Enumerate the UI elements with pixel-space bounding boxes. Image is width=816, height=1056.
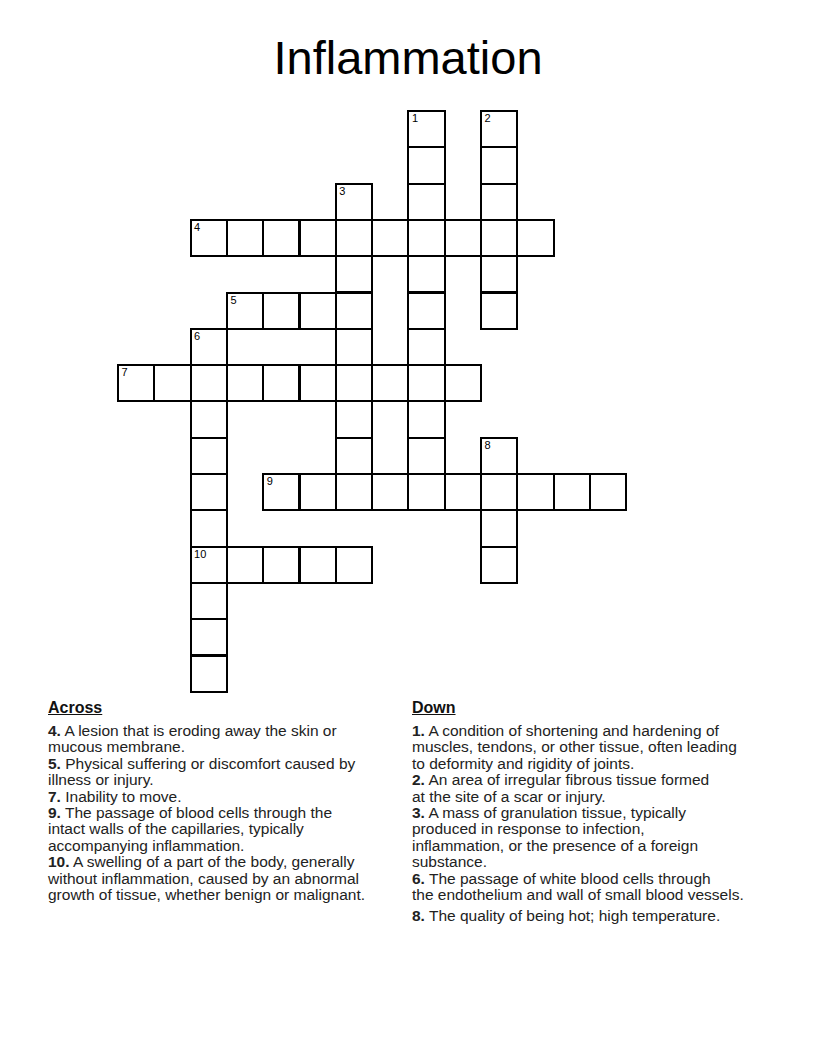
clue-line: accompanying inflammation. — [48, 838, 404, 854]
grid-cell[interactable] — [335, 328, 373, 366]
grid-cell[interactable] — [589, 473, 627, 511]
grid-cell[interactable]: 3 — [335, 183, 373, 221]
grid-cell[interactable] — [190, 400, 228, 438]
puzzle-title: Inflammation — [0, 30, 816, 85]
grid-cell[interactable] — [153, 364, 191, 402]
grid-cell[interactable] — [407, 292, 445, 330]
grid-cell[interactable] — [335, 219, 373, 257]
grid-cell[interactable] — [407, 328, 445, 366]
grid-cell[interactable] — [553, 473, 591, 511]
clue-line: at the site of a scar or injury. — [412, 789, 792, 805]
clue-9: 9. The passage of blood cells through th… — [48, 805, 404, 854]
grid-cell[interactable] — [371, 364, 409, 402]
grid-cell[interactable] — [480, 292, 518, 330]
clue-line: inflammation, or the presence of a forei… — [412, 838, 792, 854]
grid-cell[interactable] — [262, 219, 300, 257]
crossword-grid: 12345678910 — [117, 110, 628, 694]
clue-number: 4 — [194, 221, 200, 234]
grid-cell[interactable] — [335, 546, 373, 584]
grid-cell[interactable] — [190, 509, 228, 547]
grid-cell[interactable] — [407, 255, 445, 293]
grid-cell[interactable] — [480, 473, 518, 511]
clue-8: 8. The quality of being hot; high temper… — [412, 908, 792, 924]
grid-cell[interactable] — [444, 364, 482, 402]
grid-cell[interactable] — [190, 582, 228, 620]
clue-line: 1. A condition of shortening and hardeni… — [412, 723, 792, 739]
clue-line: substance. — [412, 854, 792, 870]
grid-cell[interactable] — [444, 473, 482, 511]
across-clues: Across 4. A lesion that is eroding away … — [48, 699, 404, 903]
grid-cell[interactable] — [516, 473, 554, 511]
grid-cell[interactable] — [407, 183, 445, 221]
clue-line: 6. The passage of white blood cells thro… — [412, 871, 792, 887]
clue-line: muscles, tendons, or other tissue, often… — [412, 739, 792, 755]
clue-line: intact walls of the capillaries, typical… — [48, 821, 404, 837]
grid-cell[interactable] — [407, 473, 445, 511]
clue-line: to deformity and rigidity of joints. — [412, 756, 792, 772]
clue-line: 4. A lesion that is eroding away the ski… — [48, 723, 404, 739]
clue-7: 7. Inability to move. — [48, 789, 404, 805]
grid-cell[interactable] — [335, 292, 373, 330]
grid-cell[interactable] — [371, 473, 409, 511]
clue-line: 5. Physical suffering or discomfort caus… — [48, 756, 404, 772]
grid-cell[interactable] — [299, 292, 337, 330]
grid-cell[interactable] — [262, 292, 300, 330]
clue-number: 1 — [412, 112, 418, 125]
grid-cell[interactable] — [299, 473, 337, 511]
grid-cell[interactable] — [190, 364, 228, 402]
clue-line: 8. The quality of being hot; high temper… — [412, 908, 792, 924]
grid-cell[interactable] — [226, 546, 264, 584]
grid-cell[interactable]: 6 — [190, 328, 228, 366]
grid-cell[interactable] — [226, 219, 264, 257]
grid-cell[interactable] — [262, 364, 300, 402]
clue-number: 3 — [339, 185, 345, 198]
grid-cell[interactable]: 2 — [480, 110, 518, 148]
clue-line: without inflammation, caused by an abnor… — [48, 871, 404, 887]
clue-number: 6 — [194, 330, 200, 343]
grid-cell[interactable] — [516, 219, 554, 257]
grid-cell[interactable] — [335, 437, 373, 475]
clue-line: produced in response to infection, — [412, 821, 792, 837]
grid-cell[interactable] — [407, 219, 445, 257]
grid-cell[interactable] — [480, 219, 518, 257]
clue-number: 2 — [485, 112, 491, 125]
grid-cell[interactable] — [480, 546, 518, 584]
grid-cell[interactable]: 8 — [480, 437, 518, 475]
down-header: Down — [412, 699, 792, 717]
grid-cell[interactable] — [335, 364, 373, 402]
clue-line: mucous membrane. — [48, 739, 404, 755]
grid-cell[interactable] — [444, 219, 482, 257]
down-clues: Down 1. A condition of shortening and ha… — [412, 699, 792, 925]
grid-cell[interactable] — [480, 146, 518, 184]
grid-cell[interactable] — [190, 473, 228, 511]
grid-cell[interactable] — [407, 400, 445, 438]
clue-3: 3. A mass of granulation tissue, typical… — [412, 805, 792, 871]
clue-1: 1. A condition of shortening and hardeni… — [412, 723, 792, 772]
grid-cell[interactable]: 4 — [190, 219, 228, 257]
clue-number: 10 — [194, 548, 206, 561]
clue-line: 3. A mass of granulation tissue, typical… — [412, 805, 792, 821]
grid-cell[interactable] — [480, 509, 518, 547]
grid-cell[interactable] — [407, 146, 445, 184]
clue-number: 9 — [267, 475, 273, 488]
grid-cell[interactable]: 10 — [190, 546, 228, 584]
grid-cell[interactable] — [335, 473, 373, 511]
grid-cell[interactable]: 5 — [226, 292, 264, 330]
clue-line: illness or injury. — [48, 772, 404, 788]
grid-cell[interactable]: 1 — [407, 110, 445, 148]
grid-cell[interactable] — [190, 618, 228, 656]
grid-cell[interactable] — [299, 219, 337, 257]
clue-line: 7. Inability to move. — [48, 789, 404, 805]
grid-cell[interactable] — [335, 400, 373, 438]
clue-line: 2. An area of irregular fibrous tissue f… — [412, 772, 792, 788]
grid-cell[interactable]: 9 — [262, 473, 300, 511]
grid-cell[interactable] — [407, 364, 445, 402]
clue-6: 6. The passage of white blood cells thro… — [412, 871, 792, 904]
clue-5: 5. Physical suffering or discomfort caus… — [48, 756, 404, 789]
clue-line: 10. A swelling of a part of the body, ge… — [48, 854, 404, 870]
grid-cell[interactable] — [407, 437, 445, 475]
grid-cell[interactable] — [299, 364, 337, 402]
grid-cell[interactable] — [226, 364, 264, 402]
grid-cell[interactable] — [480, 255, 518, 293]
down-clue-list: 1. A condition of shortening and hardeni… — [412, 723, 792, 925]
across-clue-list: 4. A lesion that is eroding away the ski… — [48, 723, 404, 903]
grid-cell[interactable] — [371, 219, 409, 257]
clue-number: 8 — [485, 439, 491, 452]
clue-2: 2. An area of irregular fibrous tissue f… — [412, 772, 792, 805]
grid-cell[interactable] — [299, 546, 337, 584]
grid-cell[interactable] — [262, 546, 300, 584]
clue-line: 9. The passage of blood cells through th… — [48, 805, 404, 821]
clue-number: 5 — [230, 294, 236, 307]
across-header: Across — [48, 699, 404, 717]
clue-number: 7 — [122, 366, 128, 379]
grid-cell[interactable] — [335, 255, 373, 293]
grid-cell[interactable] — [480, 183, 518, 221]
clue-10: 10. A swelling of a part of the body, ge… — [48, 854, 404, 903]
clue-line: the endothelium and wall of small blood … — [412, 887, 792, 903]
grid-cell[interactable] — [190, 437, 228, 475]
grid-cell[interactable]: 7 — [117, 364, 155, 402]
clue-line: growth of tissue, whether benign or mali… — [48, 887, 404, 903]
clue-4: 4. A lesion that is eroding away the ski… — [48, 723, 404, 756]
grid-cell[interactable] — [190, 655, 228, 693]
